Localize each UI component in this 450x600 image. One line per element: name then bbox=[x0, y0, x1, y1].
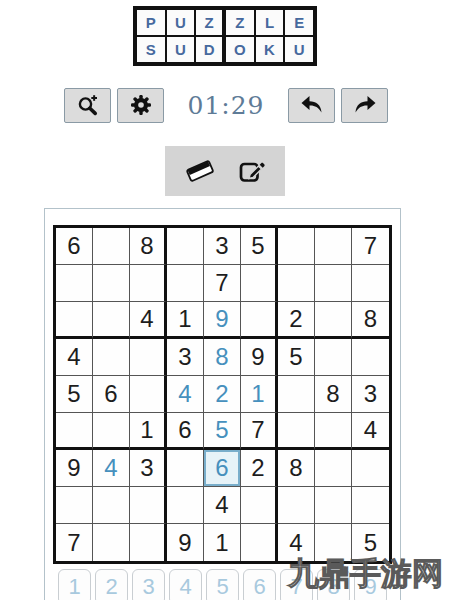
sudoku-cell-r8c5[interactable]: 4 bbox=[204, 487, 241, 524]
zoom-in-button[interactable] bbox=[64, 88, 111, 123]
sudoku-cell-r5c6[interactable]: 1 bbox=[241, 376, 278, 413]
redo-button[interactable] bbox=[341, 88, 388, 123]
numpad-key-5[interactable]: 5 bbox=[206, 569, 239, 600]
sudoku-cell-r2c6[interactable] bbox=[241, 265, 278, 302]
numpad-key-4[interactable]: 4 bbox=[169, 569, 202, 600]
sudoku-cell-r5c2[interactable]: 6 bbox=[93, 376, 130, 413]
notes-button[interactable] bbox=[238, 158, 266, 184]
game-panel: 6835774192843895564218316574943628479145… bbox=[44, 208, 401, 600]
title-tile: O bbox=[225, 36, 255, 63]
sudoku-cell-r9c7[interactable]: 4 bbox=[278, 524, 315, 561]
sudoku-cell-r5c5[interactable]: 2 bbox=[204, 376, 241, 413]
redo-arrow-icon bbox=[352, 94, 378, 116]
title-tile: E bbox=[284, 9, 314, 36]
numpad-key-6[interactable]: 6 bbox=[243, 569, 276, 600]
sudoku-cell-r1c6[interactable]: 5 bbox=[241, 228, 278, 265]
magnifier-plus-icon bbox=[76, 93, 100, 117]
sudoku-cell-r8c3[interactable] bbox=[130, 487, 167, 524]
sudoku-cell-r7c4[interactable] bbox=[167, 450, 204, 487]
sudoku-cell-r4c8[interactable] bbox=[315, 339, 352, 376]
sudoku-cell-r7c2[interactable]: 4 bbox=[93, 450, 130, 487]
sudoku-cell-r4c4[interactable]: 3 bbox=[167, 339, 204, 376]
sudoku-cell-r7c7[interactable]: 8 bbox=[278, 450, 315, 487]
title-tile: P bbox=[136, 9, 166, 36]
sudoku-board: 6835774192843895564218316574943628479145 bbox=[53, 225, 392, 564]
sudoku-cell-r6c4[interactable]: 6 bbox=[167, 413, 204, 450]
sudoku-cell-r6c7[interactable] bbox=[278, 413, 315, 450]
sudoku-cell-r8c6[interactable] bbox=[241, 487, 278, 524]
sudoku-cell-r3c2[interactable] bbox=[93, 302, 130, 339]
sudoku-cell-r7c3[interactable]: 3 bbox=[130, 450, 167, 487]
sudoku-cell-r2c8[interactable] bbox=[315, 265, 352, 302]
sudoku-cell-r6c3[interactable]: 1 bbox=[130, 413, 167, 450]
sudoku-cell-r6c8[interactable] bbox=[315, 413, 352, 450]
numpad-key-7[interactable]: 7 bbox=[280, 569, 313, 600]
sudoku-cell-r2c5[interactable]: 7 bbox=[204, 265, 241, 302]
sudoku-cell-r2c2[interactable] bbox=[93, 265, 130, 302]
sudoku-cell-r9c5[interactable]: 1 bbox=[204, 524, 241, 561]
sudoku-cell-r3c3[interactable]: 4 bbox=[130, 302, 167, 339]
sudoku-cell-r2c1[interactable] bbox=[56, 265, 93, 302]
undo-button[interactable] bbox=[288, 88, 335, 123]
title-tile: L bbox=[255, 9, 285, 36]
timer: 01:29 bbox=[164, 91, 288, 120]
title-tile: D bbox=[195, 36, 225, 63]
sudoku-cell-r9c3[interactable] bbox=[130, 524, 167, 561]
numpad-key-3[interactable]: 3 bbox=[132, 569, 165, 600]
sudoku-cell-r5c7[interactable] bbox=[278, 376, 315, 413]
sudoku-cell-r8c8[interactable] bbox=[315, 487, 352, 524]
sudoku-cell-r1c4[interactable] bbox=[167, 228, 204, 265]
sudoku-cell-r6c9[interactable]: 4 bbox=[352, 413, 389, 450]
sudoku-cell-r9c1[interactable]: 7 bbox=[56, 524, 93, 561]
numpad-key-9[interactable]: 9 bbox=[354, 569, 387, 600]
sudoku-cell-r7c1[interactable]: 9 bbox=[56, 450, 93, 487]
sudoku-cell-r3c6[interactable] bbox=[241, 302, 278, 339]
sudoku-cell-r4c9[interactable] bbox=[352, 339, 389, 376]
sudoku-cell-r8c2[interactable] bbox=[93, 487, 130, 524]
eraser-button[interactable] bbox=[184, 158, 216, 184]
undo-arrow-icon bbox=[299, 94, 325, 116]
sudoku-cell-r2c7[interactable] bbox=[278, 265, 315, 302]
sudoku-cell-r6c6[interactable]: 7 bbox=[241, 413, 278, 450]
sudoku-cell-r3c5[interactable]: 9 bbox=[204, 302, 241, 339]
sudoku-cell-r1c3[interactable]: 8 bbox=[130, 228, 167, 265]
sudoku-cell-r8c4[interactable] bbox=[167, 487, 204, 524]
numpad-key-1[interactable]: 1 bbox=[58, 569, 91, 600]
sudoku-cell-r7c6[interactable]: 2 bbox=[241, 450, 278, 487]
sudoku-cell-r1c2[interactable] bbox=[93, 228, 130, 265]
sudoku-cell-r9c9[interactable]: 5 bbox=[352, 524, 389, 561]
gear-icon bbox=[129, 93, 153, 117]
title-tile: K bbox=[255, 36, 285, 63]
sudoku-cell-r4c2[interactable] bbox=[93, 339, 130, 376]
sudoku-cell-r4c6[interactable]: 9 bbox=[241, 339, 278, 376]
sudoku-cell-r4c5[interactable]: 8 bbox=[204, 339, 241, 376]
sudoku-cell-r6c5[interactable]: 5 bbox=[204, 413, 241, 450]
title-tile: Z bbox=[195, 9, 225, 36]
edit-pencil-icon bbox=[238, 158, 266, 184]
sudoku-cell-r2c4[interactable] bbox=[167, 265, 204, 302]
sudoku-cell-r9c4[interactable]: 9 bbox=[167, 524, 204, 561]
sudoku-cell-r5c9[interactable]: 3 bbox=[352, 376, 389, 413]
sudoku-cell-r7c8[interactable] bbox=[315, 450, 352, 487]
sudoku-cell-r4c3[interactable] bbox=[130, 339, 167, 376]
sudoku-cell-r8c1[interactable] bbox=[56, 487, 93, 524]
sudoku-cell-r8c7[interactable] bbox=[278, 487, 315, 524]
sudoku-cell-r1c1[interactable]: 6 bbox=[56, 228, 93, 265]
sudoku-cell-r1c7[interactable] bbox=[278, 228, 315, 265]
sudoku-cell-r8c9[interactable] bbox=[352, 487, 389, 524]
sudoku-cell-r1c9[interactable]: 7 bbox=[352, 228, 389, 265]
sudoku-cell-r2c3[interactable] bbox=[130, 265, 167, 302]
numpad-key-8[interactable]: 8 bbox=[317, 569, 350, 600]
sudoku-cell-r4c1[interactable]: 4 bbox=[56, 339, 93, 376]
sudoku-cell-r6c1[interactable] bbox=[56, 413, 93, 450]
sudoku-cell-r3c1[interactable] bbox=[56, 302, 93, 339]
sudoku-cell-r7c5[interactable]: 6 bbox=[204, 450, 241, 487]
sudoku-cell-r4c7[interactable]: 5 bbox=[278, 339, 315, 376]
title-tile: U bbox=[166, 9, 196, 36]
sudoku-cell-r1c8[interactable] bbox=[315, 228, 352, 265]
title-tile: U bbox=[166, 36, 196, 63]
sudoku-cell-r9c2[interactable] bbox=[93, 524, 130, 561]
sudoku-cell-r3c7[interactable]: 2 bbox=[278, 302, 315, 339]
settings-button[interactable] bbox=[117, 88, 164, 123]
sudoku-cell-r5c4[interactable]: 4 bbox=[167, 376, 204, 413]
sudoku-cell-r5c1[interactable]: 5 bbox=[56, 376, 93, 413]
eraser-icon bbox=[184, 158, 216, 184]
sudoku-cell-r2c9[interactable] bbox=[352, 265, 389, 302]
sudoku-cell-r1c5[interactable]: 3 bbox=[204, 228, 241, 265]
title-tile: Z bbox=[225, 9, 255, 36]
tools-panel bbox=[165, 146, 285, 196]
sudoku-cell-r3c8[interactable] bbox=[315, 302, 352, 339]
sudoku-cell-r3c4[interactable]: 1 bbox=[167, 302, 204, 339]
sudoku-cell-r6c2[interactable] bbox=[93, 413, 130, 450]
numpad-key-2[interactable]: 2 bbox=[95, 569, 128, 600]
title-tile: S bbox=[136, 36, 166, 63]
sudoku-cell-r5c8[interactable]: 8 bbox=[315, 376, 352, 413]
sudoku-cell-r9c6[interactable] bbox=[241, 524, 278, 561]
sudoku-cell-r5c3[interactable] bbox=[130, 376, 167, 413]
title-tiles: PUZZLESUDOKU bbox=[133, 6, 317, 66]
toolbar: 01:29 bbox=[0, 87, 450, 123]
sudoku-cell-r3c9[interactable]: 8 bbox=[352, 302, 389, 339]
title-tile: U bbox=[284, 36, 314, 63]
sudoku-cell-r9c8[interactable] bbox=[315, 524, 352, 561]
numpad: 123456789 bbox=[45, 569, 400, 600]
sudoku-cell-r7c9[interactable] bbox=[352, 450, 389, 487]
